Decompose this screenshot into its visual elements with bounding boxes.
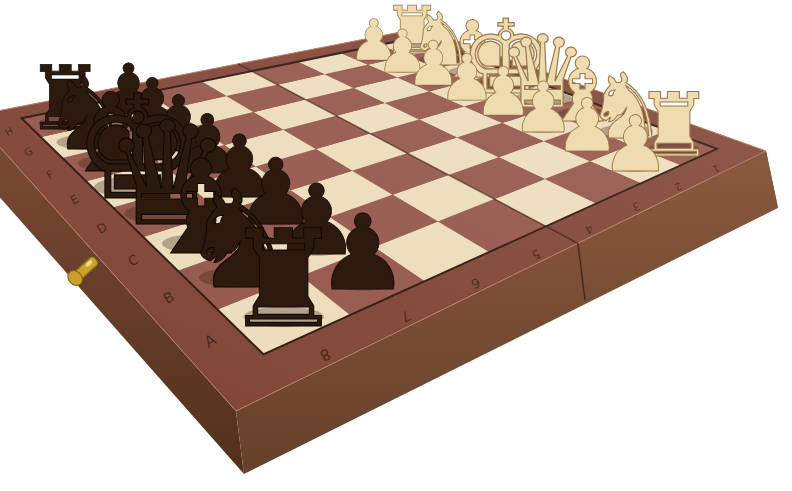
chess-set-photo: Overhead-angle product photo of a wooden…	[0, 0, 792, 491]
piece-black-rook-a8[interactable]: ♜	[223, 201, 344, 358]
piece-white-pawn-a2[interactable]: ♟	[601, 99, 670, 189]
chess-board: ABCDEFGH87654321♜♞♟♝♟♚♟♛♟♝♟♞♟♟♜♟♟♜♟♟♞♟♝♟…	[0, 0, 792, 491]
